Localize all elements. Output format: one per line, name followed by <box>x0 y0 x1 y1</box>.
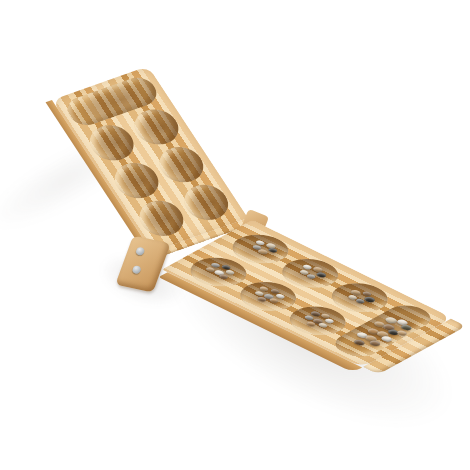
pebble <box>368 340 382 347</box>
pebble <box>224 269 236 275</box>
pebble <box>267 247 279 253</box>
pit-raised-far-3[interactable] <box>127 104 187 150</box>
store-flat <box>326 301 440 361</box>
pebble <box>218 273 230 279</box>
pebble <box>323 318 335 324</box>
pebble <box>352 339 366 346</box>
hinge-block <box>115 236 170 293</box>
hinge-pin-icon <box>135 247 146 256</box>
pebble <box>275 293 287 299</box>
board-half-flat <box>162 220 452 368</box>
pebble <box>317 322 329 328</box>
board-half-raised <box>52 66 248 252</box>
pit-raised-far-2[interactable] <box>151 142 211 188</box>
pebble <box>315 272 328 279</box>
pit-raised-far-1[interactable] <box>176 179 236 225</box>
pebble <box>379 335 393 342</box>
pebble <box>395 330 408 337</box>
hinge-pin-icon <box>131 265 142 274</box>
mancala-board-photo <box>0 0 470 470</box>
pebble <box>268 297 280 303</box>
